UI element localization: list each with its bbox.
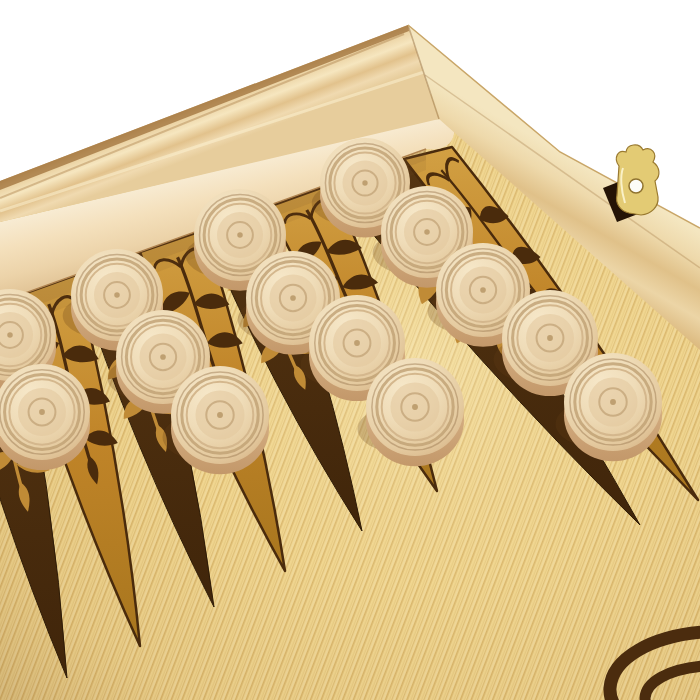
checker-center-dot [217,412,223,418]
backgammon-board-photo [0,0,700,700]
photo-canvas [0,0,700,700]
checker-center-dot [547,335,553,341]
checker-center-dot [424,229,430,235]
checker-center-dot [160,354,166,360]
clasp-eyelet [629,179,643,193]
checker-center-dot [362,180,367,185]
checker-center-dot [290,295,296,301]
checker-center-dot [412,404,418,410]
checker-center-dot [354,340,360,346]
brass-clasp [616,145,659,215]
checker-center-dot [7,332,13,338]
checker-center-dot [480,287,486,293]
checker-center-dot [39,409,45,415]
checker-center-dot [610,399,616,405]
checker-center-dot [237,232,243,238]
checker[interactable] [0,364,90,470]
checker-center-dot [114,292,120,298]
